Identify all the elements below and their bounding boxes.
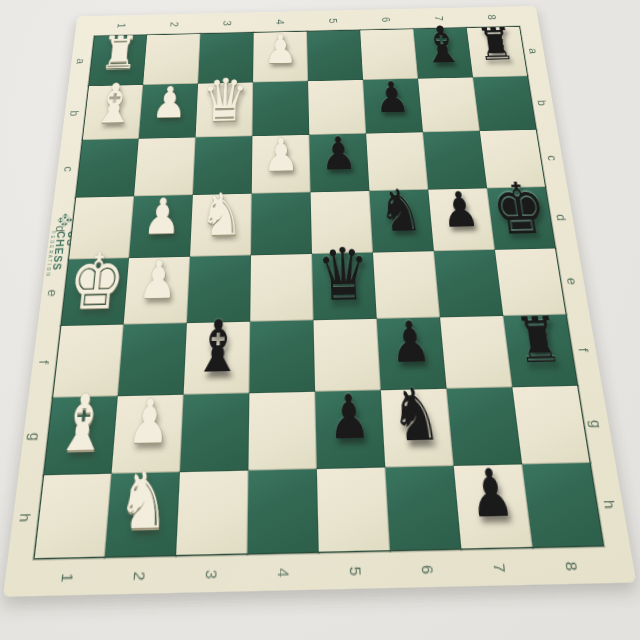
piece-black-B-a7: ♝ [419,20,466,71]
square-h3 [176,471,248,557]
square-f2 [118,323,187,396]
piece-white-P-b2: ♟ [151,81,188,125]
piece-black-R-a8: ♜ [474,22,518,67]
square-c8 [480,130,546,189]
square-d3: ♞ [190,194,252,257]
square-g3 [180,393,249,472]
square-a6 [360,28,418,79]
rank-label: 7 [432,15,446,20]
file-label: d [554,214,570,221]
square-h2: ♞ [105,472,180,558]
square-f1 [52,325,124,398]
file-label: c [544,155,559,161]
file-label: b [68,110,82,116]
rank-label: 4 [274,19,287,24]
file-label: h [17,512,35,521]
square-f8: ♜ [503,315,578,388]
square-g7 [447,387,523,466]
square-e7 [434,250,503,318]
square-d6: ♞ [369,190,434,253]
square-d1 [68,196,134,259]
mat-corner [517,6,539,26]
rank-label-top-3: 3 [200,12,253,33]
square-e3 [187,255,251,323]
piece-white-R-a1: ♜ [98,30,140,76]
file-label: f [576,347,592,351]
piece-white-N-h2: ♞ [115,461,171,541]
square-f5 [314,319,381,392]
file-label: f [36,359,52,363]
square-c2 [134,137,196,196]
rank-label-bottom-1: 1 [29,558,105,596]
square-d4 [251,192,312,255]
square-c1 [75,139,139,198]
uschess-logo-icon [56,213,73,228]
square-b7 [418,77,480,132]
vinyl-chess-board: 12345678a♜♟♝♜ab♝♟♛♟bc♟♟cd♟♞♞♟♚de♚♟♛ef♝♟♜… [3,6,636,597]
rank-label-bottom-6: 6 [390,550,465,588]
piece-black-N-g6: ♞ [389,379,443,453]
rank-label: 8 [562,561,581,571]
square-h5 [317,468,390,553]
rank-label: 1 [58,572,77,582]
square-e4 [250,254,313,322]
rank-label: 8 [485,14,499,19]
rank-label-bottom-8: 8 [533,547,610,585]
piece-white-N-d3: ♞ [199,186,244,245]
file-label: h [601,499,620,508]
square-c4: ♟ [252,135,311,194]
square-h7: ♟ [454,464,533,549]
file-label: a [527,48,541,54]
piece-black-R-f8: ♜ [512,308,565,372]
rank-label-bottom-4: 4 [247,553,320,591]
rank-label-bottom-2: 2 [102,556,176,594]
square-b1: ♝ [82,85,143,140]
piece-black-P-h7: ♟ [466,460,516,527]
mat-corner [75,16,97,36]
rank-label-top-8: 8 [464,6,520,27]
square-a2 [143,33,200,85]
rank-label: 3 [202,569,220,579]
rank-label-top-5: 5 [306,10,360,31]
square-e6 [373,251,440,319]
square-c3 [193,136,253,195]
square-g5: ♟ [315,390,385,469]
piece-white-P-e2: ♟ [137,254,179,308]
rank-label: 3 [221,20,234,25]
rank-label-top-6: 6 [359,9,413,30]
file-label: c [61,166,76,172]
square-a3 [198,32,254,84]
square-a5 [307,30,363,82]
square-c5: ♟ [309,134,369,193]
piece-white-P-g2: ♟ [126,391,171,453]
square-f3: ♝ [184,322,251,395]
square-a1: ♜ [88,35,147,87]
square-b6: ♟ [363,79,423,134]
square-d8: ♚ [487,187,556,250]
piece-black-P-c5: ♟ [320,131,357,177]
file-label: g [27,432,45,441]
piece-black-P-g5: ♟ [328,387,372,449]
file-label: e [564,277,580,284]
square-d2: ♟ [129,195,193,258]
rank-label: 6 [418,564,436,574]
square-d7: ♟ [428,188,495,251]
piece-black-P-f6: ♟ [389,314,433,372]
rank-label-top-4: 4 [254,11,307,32]
rank-label: 7 [490,562,509,572]
file-label: a [74,58,88,64]
square-a4: ♟ [253,31,308,83]
file-label: b [535,99,550,105]
file-label: g [587,419,605,428]
rank-label-top-7: 7 [412,8,467,29]
square-c6 [366,132,428,191]
square-f7 [440,316,512,389]
rank-label-bottom-5: 5 [319,551,392,589]
square-h4 [247,469,318,555]
piece-white-P-c4: ♟ [263,132,299,178]
piece-white-P-d2: ♟ [142,192,182,242]
square-b2: ♟ [139,84,198,139]
square-c7 [423,131,487,190]
square-e2: ♟ [124,257,190,325]
square-b4 [252,81,309,136]
piece-black-N-d6: ♞ [377,182,425,241]
piece-white-P-a4: ♟ [264,29,298,70]
square-b5 [308,80,366,135]
rank-label: 4 [274,567,292,577]
rank-label: 2 [130,570,148,580]
square-b8 [473,76,537,131]
rank-label-top-2: 2 [147,13,201,34]
square-b3: ♛ [196,82,253,137]
square-a8: ♜ [467,26,528,77]
square-e5: ♛ [312,253,377,321]
rank-label: 5 [346,565,364,575]
square-h8 [522,463,604,548]
rank-label: 1 [115,22,129,27]
mat-corner [604,546,636,583]
square-g4 [248,392,316,471]
square-a7: ♝ [413,27,473,78]
square-h1 [33,474,111,560]
square-f6: ♟ [377,317,447,390]
square-d5 [311,191,373,254]
rank-label: 5 [327,18,340,23]
square-g1: ♝ [43,396,118,475]
square-e8 [495,248,567,316]
rank-label-bottom-3: 3 [174,555,247,593]
square-f4 [249,320,315,393]
rank-label-bottom-7: 7 [461,548,537,586]
piece-black-P-b6: ♟ [373,76,411,119]
square-g6: ♞ [381,389,454,468]
rank-label-top-1: 1 [94,15,149,36]
rank-label: 2 [168,21,181,26]
photo-background: 12345678a♜♟♝♜ab♝♟♛♟bc♟♟cd♟♞♞♟♚de♚♟♛ef♝♟♜… [0,0,640,640]
square-g8 [512,386,590,465]
square-h6 [385,466,461,551]
square-e1: ♚ [60,258,129,326]
piece-black-P-d7: ♟ [439,186,481,236]
square-g2: ♟ [112,395,184,474]
rank-label: 6 [379,16,392,21]
